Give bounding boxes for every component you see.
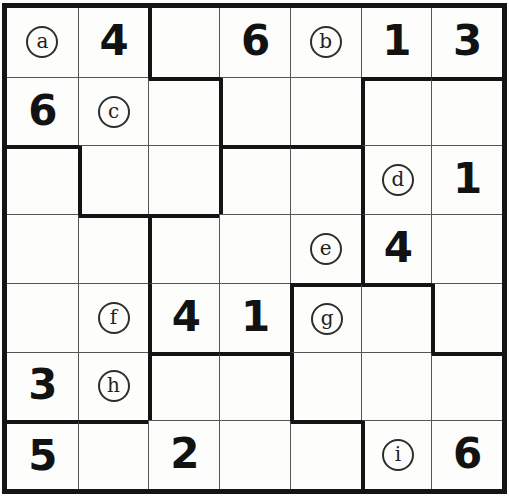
cell-r3c5[interactable] xyxy=(290,145,361,214)
given-digit: 3 xyxy=(28,364,56,406)
cell-r3c1[interactable] xyxy=(7,145,78,214)
given-digit: 1 xyxy=(241,296,269,338)
cell-r1c2[interactable]: 4 xyxy=(78,8,149,77)
cell-r4c2[interactable] xyxy=(78,214,149,283)
cell-r1c6[interactable]: 1 xyxy=(361,8,432,77)
cell-r7c3[interactable]: 2 xyxy=(148,420,219,489)
cell-r6c3[interactable] xyxy=(148,352,219,421)
cell-r3c6[interactable]: d xyxy=(361,145,432,214)
cell-r5c1[interactable] xyxy=(7,283,78,352)
cell-r5c2[interactable]: f xyxy=(78,283,149,352)
given-digit: 4 xyxy=(99,20,127,62)
given-digit: 4 xyxy=(384,227,412,269)
cell-r2c6[interactable] xyxy=(361,77,432,146)
cell-r1c5[interactable]: b xyxy=(290,8,361,77)
given-digit: 2 xyxy=(170,433,198,475)
cell-r6c6[interactable] xyxy=(361,352,432,421)
circle-letter-h: h xyxy=(98,370,130,402)
cell-r5c5[interactable]: g xyxy=(290,283,361,352)
cell-r7c6[interactable]: i xyxy=(361,420,432,489)
puzzle-board: a46b136cd1e4f41g3h52i6 xyxy=(2,3,507,494)
cell-r1c1[interactable]: a xyxy=(7,8,78,77)
cell-r2c4[interactable] xyxy=(219,77,290,146)
cell-r7c1[interactable]: 5 xyxy=(7,420,78,489)
cell-r4c1[interactable] xyxy=(7,214,78,283)
cell-r7c7[interactable]: 6 xyxy=(431,420,502,489)
cell-r2c5[interactable] xyxy=(290,77,361,146)
circle-letter-g: g xyxy=(311,303,343,335)
circle-letter-f: f xyxy=(98,302,130,334)
circle-letter-a: a xyxy=(26,26,58,58)
cell-r3c3[interactable] xyxy=(148,145,219,214)
circle-letter-c: c xyxy=(98,96,130,128)
cell-r4c5[interactable]: e xyxy=(290,214,361,283)
circle-letter-d: d xyxy=(382,164,414,196)
cell-r3c7[interactable]: 1 xyxy=(431,145,502,214)
cell-r3c2[interactable] xyxy=(78,145,149,214)
cell-r6c5[interactable] xyxy=(290,352,361,421)
cell-r5c7[interactable] xyxy=(431,283,502,352)
given-digit: 6 xyxy=(453,433,481,475)
cell-r2c2[interactable]: c xyxy=(78,77,149,146)
cell-r3c4[interactable] xyxy=(219,145,290,214)
cell-r6c7[interactable] xyxy=(431,352,502,421)
cell-r4c7[interactable] xyxy=(431,214,502,283)
given-digit: 4 xyxy=(172,296,200,338)
given-digit: 1 xyxy=(453,158,481,200)
given-digit: 3 xyxy=(453,20,481,62)
circle-letter-i: i xyxy=(382,439,414,471)
cell-r6c1[interactable]: 3 xyxy=(7,352,78,421)
cell-r5c4[interactable]: 1 xyxy=(219,283,290,352)
cell-r5c3[interactable]: 4 xyxy=(148,283,219,352)
puzzle-grid: a46b136cd1e4f41g3h52i6 xyxy=(7,8,502,489)
cell-r1c4[interactable]: 6 xyxy=(219,8,290,77)
circle-letter-b: b xyxy=(310,26,342,58)
cell-r6c4[interactable] xyxy=(219,352,290,421)
given-digit: 6 xyxy=(241,20,269,62)
cell-r2c1[interactable]: 6 xyxy=(7,77,78,146)
cell-r4c4[interactable] xyxy=(219,214,290,283)
cell-r7c5[interactable] xyxy=(290,420,361,489)
cell-r7c4[interactable] xyxy=(219,420,290,489)
cell-r1c3[interactable] xyxy=(148,8,219,77)
cell-r2c7[interactable] xyxy=(431,77,502,146)
cell-r4c3[interactable] xyxy=(148,214,219,283)
cell-r5c6[interactable] xyxy=(361,283,432,352)
cell-r1c7[interactable]: 3 xyxy=(431,8,502,77)
cell-r2c3[interactable] xyxy=(148,77,219,146)
given-digit: 6 xyxy=(28,90,56,132)
cell-r7c2[interactable] xyxy=(78,420,149,489)
circle-letter-e: e xyxy=(310,233,342,265)
given-digit: 1 xyxy=(382,20,410,62)
cell-r4c6[interactable]: 4 xyxy=(361,214,432,283)
cell-r6c2[interactable]: h xyxy=(78,352,149,421)
given-digit: 5 xyxy=(28,435,56,477)
